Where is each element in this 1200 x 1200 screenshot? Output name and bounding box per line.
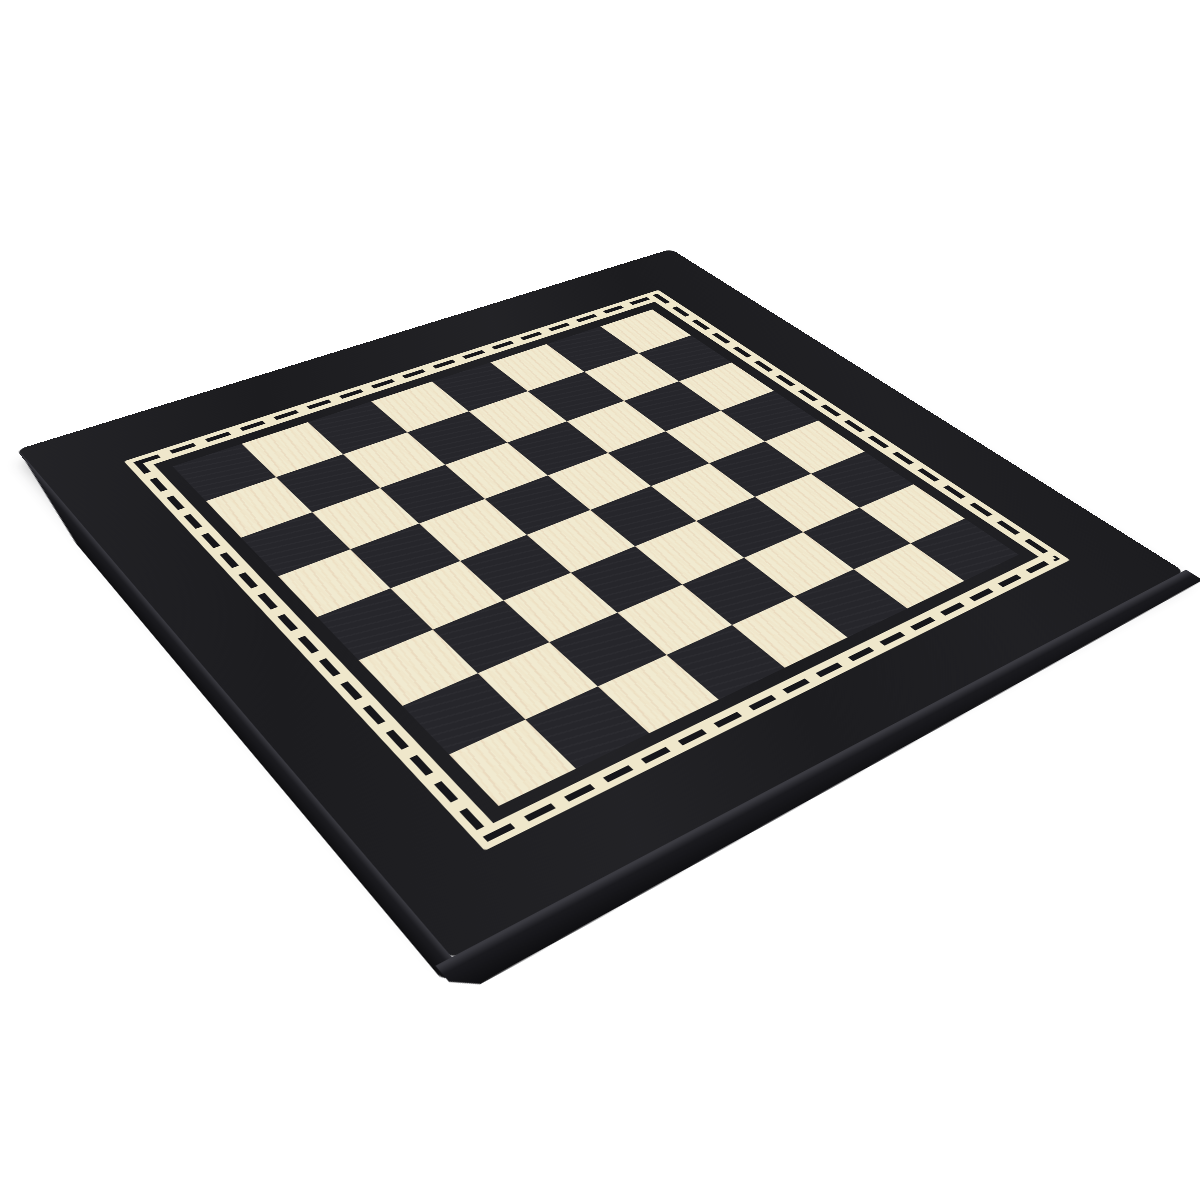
photo-scene [0, 0, 1200, 1200]
chess-board [16, 249, 1185, 960]
